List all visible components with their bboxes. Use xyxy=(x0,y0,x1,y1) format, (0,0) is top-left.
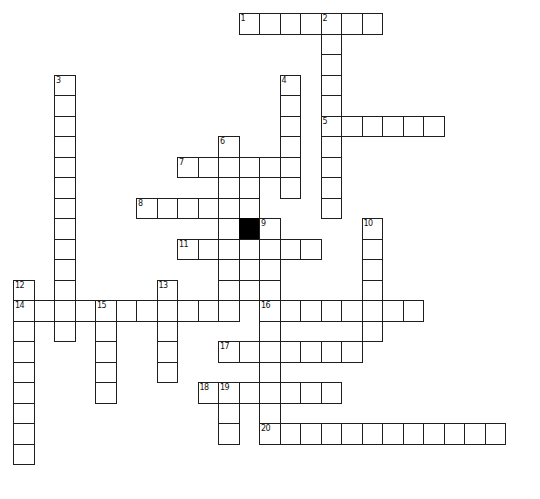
clue-number: 14 xyxy=(15,301,24,310)
grid-cell[interactable]: 20 xyxy=(259,423,281,445)
grid-cell[interactable] xyxy=(95,321,117,343)
grid-cell[interactable] xyxy=(54,136,76,158)
grid-cell[interactable] xyxy=(341,423,363,445)
grid-cell[interactable]: 4 xyxy=(280,75,302,97)
grid-cell[interactable] xyxy=(34,300,56,322)
grid-cell[interactable] xyxy=(54,280,76,302)
grid-cell[interactable] xyxy=(239,382,261,404)
grid-cell[interactable] xyxy=(239,259,261,281)
grid-cell[interactable] xyxy=(218,423,240,445)
grid-cell[interactable] xyxy=(280,95,302,117)
grid-cell[interactable] xyxy=(444,423,466,445)
grid-cell[interactable] xyxy=(54,218,76,240)
grid-cell[interactable] xyxy=(382,116,404,138)
grid-cell[interactable] xyxy=(280,116,302,138)
grid-cell[interactable] xyxy=(259,239,281,261)
grid-cell[interactable] xyxy=(362,423,384,445)
grid-cell[interactable] xyxy=(403,300,425,322)
grid-cell[interactable]: 10 xyxy=(362,218,384,240)
grid-cell[interactable] xyxy=(321,300,343,322)
grid-cell[interactable] xyxy=(321,423,343,445)
grid-cell[interactable] xyxy=(13,321,35,343)
grid-cell[interactable] xyxy=(239,177,261,199)
grid-cell[interactable] xyxy=(54,321,76,343)
grid-cell[interactable] xyxy=(423,116,445,138)
grid-cell[interactable] xyxy=(280,382,302,404)
clue-number: 11 xyxy=(179,240,188,249)
grid-cell[interactable] xyxy=(54,116,76,138)
grid-cell[interactable] xyxy=(321,54,343,76)
grid-cell[interactable] xyxy=(198,198,220,220)
grid-cell[interactable] xyxy=(321,75,343,97)
grid-cell[interactable] xyxy=(382,300,404,322)
grid-cell[interactable] xyxy=(485,423,507,445)
grid-cell[interactable] xyxy=(464,423,486,445)
grid-cell[interactable] xyxy=(280,341,302,363)
grid-cell[interactable]: 6 xyxy=(218,136,240,158)
grid-cell[interactable] xyxy=(362,239,384,261)
grid-cell[interactable] xyxy=(54,157,76,179)
grid-cell[interactable] xyxy=(239,341,261,363)
grid-cell[interactable] xyxy=(362,259,384,281)
grid-cell[interactable] xyxy=(54,239,76,261)
grid-cell[interactable] xyxy=(157,300,179,322)
clue-number: 6 xyxy=(220,137,225,146)
grid-cell[interactable]: 8 xyxy=(136,198,158,220)
grid-cell[interactable]: 15 xyxy=(95,300,117,322)
grid-cell[interactable]: 9 xyxy=(259,218,281,240)
grid-cell[interactable] xyxy=(218,259,240,281)
grid-cell[interactable] xyxy=(13,403,35,425)
grid-cell[interactable] xyxy=(321,382,343,404)
grid-cell[interactable] xyxy=(280,177,302,199)
grid-cell[interactable] xyxy=(280,136,302,158)
grid-cell[interactable] xyxy=(157,362,179,384)
grid-cell[interactable] xyxy=(259,382,281,404)
grid-cell[interactable] xyxy=(300,382,322,404)
grid-cell[interactable] xyxy=(54,198,76,220)
grid-cell[interactable] xyxy=(300,423,322,445)
grid-cell[interactable] xyxy=(198,239,220,261)
grid-cell[interactable] xyxy=(239,198,261,220)
clue-number: 18 xyxy=(200,383,209,392)
grid-cell[interactable] xyxy=(362,280,384,302)
grid-cell[interactable] xyxy=(382,423,404,445)
grid-cell[interactable] xyxy=(54,177,76,199)
grid-cell[interactable] xyxy=(321,95,343,117)
clue-number: 5 xyxy=(323,117,328,126)
grid-cell[interactable] xyxy=(54,95,76,117)
grid-cell[interactable] xyxy=(321,198,343,220)
clue-number: 9 xyxy=(261,219,266,228)
grid-cell[interactable] xyxy=(13,382,35,404)
grid-cell[interactable] xyxy=(198,300,220,322)
grid-cell[interactable] xyxy=(239,157,261,179)
grid-cell[interactable] xyxy=(403,423,425,445)
clue-number: 8 xyxy=(138,199,143,208)
grid-cell[interactable] xyxy=(300,239,322,261)
grid-cell[interactable] xyxy=(218,403,240,425)
grid-cell[interactable] xyxy=(259,157,281,179)
clue-number: 15 xyxy=(97,301,106,310)
grid-cell[interactable] xyxy=(321,34,343,56)
grid-cell[interactable]: 7 xyxy=(177,157,199,179)
grid-cell[interactable] xyxy=(362,116,384,138)
clue-number: 13 xyxy=(159,281,168,290)
grid-cell[interactable] xyxy=(280,13,302,35)
grid-cell[interactable] xyxy=(218,300,240,322)
grid-cell[interactable] xyxy=(321,341,343,363)
grid-cell[interactable]: 11 xyxy=(177,239,199,261)
grid-cell[interactable]: 5 xyxy=(321,116,343,138)
grid-cell[interactable]: 16 xyxy=(259,300,281,322)
grid-cell[interactable] xyxy=(95,341,117,363)
grid-cell[interactable] xyxy=(157,341,179,363)
grid-cell[interactable] xyxy=(341,341,363,363)
grid-cell[interactable] xyxy=(403,116,425,138)
grid-cell[interactable] xyxy=(198,157,220,179)
clue-number: 16 xyxy=(261,301,270,310)
grid-cell[interactable] xyxy=(13,341,35,363)
grid-cell[interactable] xyxy=(95,362,117,384)
grid-cell[interactable] xyxy=(13,444,35,466)
grid-cell[interactable] xyxy=(341,300,363,322)
grid-cell[interactable] xyxy=(423,423,445,445)
grid-cell[interactable] xyxy=(54,300,76,322)
grid-cell[interactable] xyxy=(218,280,240,302)
grid-cell[interactable] xyxy=(95,382,117,404)
grid-cell[interactable]: 3 xyxy=(54,75,76,97)
grid-cell[interactable] xyxy=(259,341,281,363)
clue-number: 12 xyxy=(15,281,24,290)
clue-number: 19 xyxy=(220,383,229,392)
grid-cell[interactable] xyxy=(362,13,384,35)
blocked-cell xyxy=(239,218,261,240)
grid-cell[interactable] xyxy=(362,321,384,343)
clue-number: 2 xyxy=(323,14,328,23)
grid-cell[interactable]: 1 xyxy=(239,13,261,35)
crossword-board: 1234567891011121314151617181920 xyxy=(0,0,540,499)
clue-number: 20 xyxy=(261,424,270,433)
grid-cell[interactable] xyxy=(218,218,240,240)
grid-cell[interactable] xyxy=(280,239,302,261)
grid-cell[interactable] xyxy=(259,13,281,35)
grid-cell[interactable] xyxy=(280,157,302,179)
grid-cell[interactable]: 13 xyxy=(157,280,179,302)
grid-cell[interactable] xyxy=(239,239,261,261)
grid-cell[interactable] xyxy=(218,239,240,261)
grid-cell[interactable] xyxy=(136,300,158,322)
grid-cell[interactable]: 18 xyxy=(198,382,220,404)
grid-cell[interactable]: 19 xyxy=(218,382,240,404)
grid-cell[interactable] xyxy=(239,280,261,302)
grid-cell[interactable] xyxy=(218,177,240,199)
grid-cell[interactable] xyxy=(259,362,281,384)
grid-cell[interactable] xyxy=(177,300,199,322)
clue-number: 17 xyxy=(220,342,229,351)
grid-cell[interactable] xyxy=(321,136,343,158)
grid-cell[interactable] xyxy=(341,116,363,138)
grid-cell[interactable] xyxy=(157,321,179,343)
grid-cell[interactable] xyxy=(362,300,384,322)
grid-cell[interactable] xyxy=(280,300,302,322)
grid-cell[interactable] xyxy=(341,13,363,35)
grid-cell[interactable] xyxy=(300,341,322,363)
grid-cell[interactable]: 12 xyxy=(13,280,35,302)
grid-cell[interactable] xyxy=(321,177,343,199)
grid-cell[interactable] xyxy=(54,259,76,281)
grid-cell[interactable] xyxy=(75,300,97,322)
grid-cell[interactable] xyxy=(259,259,281,281)
grid-cell[interactable] xyxy=(157,198,179,220)
grid-cell[interactable] xyxy=(259,321,281,343)
clue-number: 3 xyxy=(56,76,61,85)
grid-cell[interactable] xyxy=(13,423,35,445)
grid-cell[interactable] xyxy=(321,157,343,179)
grid-cell[interactable] xyxy=(218,157,240,179)
clue-number: 7 xyxy=(179,158,184,167)
grid-cell[interactable] xyxy=(218,198,240,220)
grid-cell[interactable] xyxy=(280,423,302,445)
grid-cell[interactable] xyxy=(13,362,35,384)
clue-number: 10 xyxy=(364,219,373,228)
grid-cell[interactable] xyxy=(300,300,322,322)
grid-cell[interactable] xyxy=(116,300,138,322)
grid-cell[interactable] xyxy=(300,13,322,35)
clue-number: 4 xyxy=(282,76,287,85)
grid-cell[interactable]: 14 xyxy=(13,300,35,322)
grid-cell[interactable] xyxy=(259,403,281,425)
grid-cell[interactable] xyxy=(259,280,281,302)
clue-number: 1 xyxy=(241,14,246,23)
grid-cell[interactable]: 17 xyxy=(218,341,240,363)
grid-cell[interactable] xyxy=(177,198,199,220)
grid-cell[interactable]: 2 xyxy=(321,13,343,35)
